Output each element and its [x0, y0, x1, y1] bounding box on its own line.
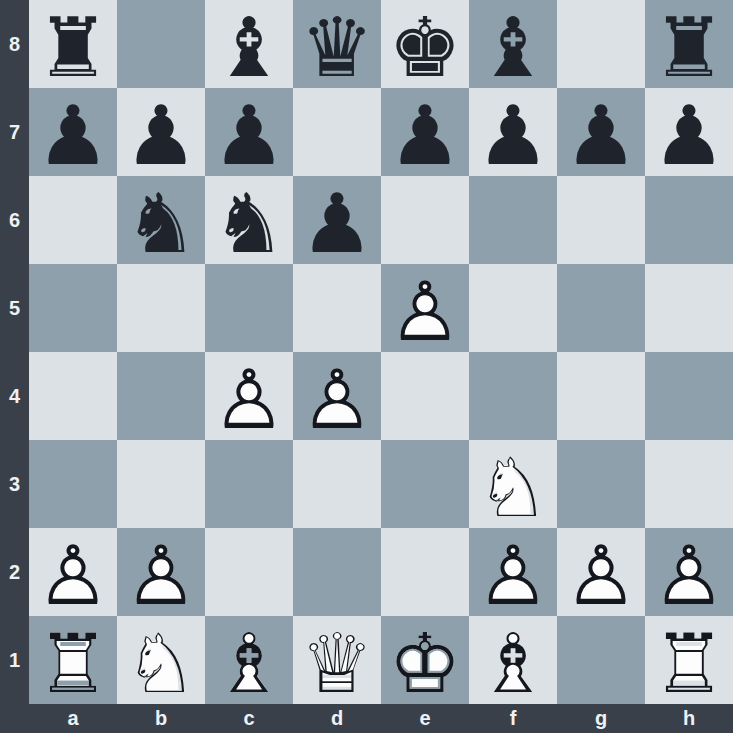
square-d6[interactable]: ♟: [293, 176, 381, 264]
file-label-h: h: [645, 704, 733, 733]
file-label-e: e: [381, 704, 469, 733]
rank-label-5: 5: [0, 264, 29, 352]
chess-diagram: 87654321 ♜♝♛♚♝♜♟♟♟♟♟♟♟♞♞♟♟♙♟♙♟♙♞♘♟♙♟♙♟♙♟…: [0, 0, 733, 733]
square-b4[interactable]: [117, 352, 205, 440]
rank-label-3: 3: [0, 440, 29, 528]
white-pawn[interactable]: ♟♙: [557, 528, 645, 616]
square-c4[interactable]: ♟♙: [205, 352, 293, 440]
square-b7[interactable]: ♟: [117, 88, 205, 176]
square-d7[interactable]: [293, 88, 381, 176]
square-e5[interactable]: ♟♙: [381, 264, 469, 352]
white-queen[interactable]: ♛♕: [293, 616, 381, 704]
black-knight[interactable]: ♞: [205, 176, 293, 264]
square-a8[interactable]: ♜: [29, 0, 117, 88]
black-pawn-icon: ♟: [645, 92, 733, 180]
square-h1[interactable]: ♜♖: [645, 616, 733, 704]
white-bishop[interactable]: ♝♗: [469, 616, 557, 704]
square-f3[interactable]: ♞♘: [469, 440, 557, 528]
rank-label-1: 1: [0, 616, 29, 704]
white-bishop[interactable]: ♝♗: [205, 616, 293, 704]
white-pawn[interactable]: ♟♙: [117, 528, 205, 616]
square-f8[interactable]: ♝: [469, 0, 557, 88]
rank-label-7: 7: [0, 88, 29, 176]
chess-board: ♜♝♛♚♝♜♟♟♟♟♟♟♟♞♞♟♟♙♟♙♟♙♞♘♟♙♟♙♟♙♟♙♟♙♜♖♞♘♝♗…: [29, 0, 733, 704]
square-c8[interactable]: ♝: [205, 0, 293, 88]
square-e7[interactable]: ♟: [381, 88, 469, 176]
square-f4[interactable]: [469, 352, 557, 440]
white-pawn-outline-icon: ♙: [205, 356, 293, 444]
square-g8[interactable]: [557, 0, 645, 88]
black-king[interactable]: ♚: [381, 0, 469, 88]
square-c7[interactable]: ♟: [205, 88, 293, 176]
square-c1[interactable]: ♝♗: [205, 616, 293, 704]
square-e6[interactable]: [381, 176, 469, 264]
black-pawn-icon: ♟: [205, 92, 293, 180]
white-pawn[interactable]: ♟♙: [293, 352, 381, 440]
black-queen[interactable]: ♛: [293, 0, 381, 88]
white-pawn-outline-icon: ♙: [469, 532, 557, 620]
white-pawn-outline-icon: ♙: [381, 268, 469, 356]
square-e2[interactable]: [381, 528, 469, 616]
square-c6[interactable]: ♞: [205, 176, 293, 264]
black-pawn-icon: ♟: [293, 180, 381, 268]
square-b2[interactable]: ♟♙: [117, 528, 205, 616]
white-pawn-outline-icon: ♙: [645, 532, 733, 620]
square-a4[interactable]: [29, 352, 117, 440]
rank-label-6: 6: [0, 176, 29, 264]
square-f7[interactable]: ♟: [469, 88, 557, 176]
square-b3[interactable]: [117, 440, 205, 528]
square-e8[interactable]: ♚: [381, 0, 469, 88]
square-d5[interactable]: [293, 264, 381, 352]
black-pawn[interactable]: ♟: [117, 88, 205, 176]
square-h6[interactable]: [645, 176, 733, 264]
square-a2[interactable]: ♟♙: [29, 528, 117, 616]
black-bishop-icon: ♝: [469, 4, 557, 92]
square-e4[interactable]: [381, 352, 469, 440]
black-bishop[interactable]: ♝: [205, 0, 293, 88]
black-rook[interactable]: ♜: [29, 0, 117, 88]
square-c5[interactable]: [205, 264, 293, 352]
white-bishop-outline-icon: ♗: [205, 620, 293, 708]
square-g1[interactable]: [557, 616, 645, 704]
black-pawn[interactable]: ♟: [557, 88, 645, 176]
square-f2[interactable]: ♟♙: [469, 528, 557, 616]
square-g2[interactable]: ♟♙: [557, 528, 645, 616]
black-pawn-icon: ♟: [469, 92, 557, 180]
black-king-icon: ♚: [381, 4, 469, 92]
black-pawn[interactable]: ♟: [645, 88, 733, 176]
square-d4[interactable]: ♟♙: [293, 352, 381, 440]
white-knight-outline-icon: ♘: [117, 620, 205, 708]
square-e1[interactable]: ♚♔: [381, 616, 469, 704]
rank-label-8: 8: [0, 0, 29, 88]
white-rook[interactable]: ♜♖: [29, 616, 117, 704]
white-king[interactable]: ♚♔: [381, 616, 469, 704]
square-g7[interactable]: ♟: [557, 88, 645, 176]
white-pawn-outline-icon: ♙: [29, 532, 117, 620]
black-pawn-icon: ♟: [557, 92, 645, 180]
black-pawn[interactable]: ♟: [469, 88, 557, 176]
square-f1[interactable]: ♝♗: [469, 616, 557, 704]
black-pawn[interactable]: ♟: [205, 88, 293, 176]
white-rook-outline-icon: ♖: [645, 620, 733, 708]
square-b1[interactable]: ♞♘: [117, 616, 205, 704]
white-rook[interactable]: ♜♖: [645, 616, 733, 704]
square-e3[interactable]: [381, 440, 469, 528]
black-knight[interactable]: ♞: [117, 176, 205, 264]
square-h4[interactable]: [645, 352, 733, 440]
white-queen-outline-icon: ♕: [293, 620, 381, 708]
white-king-outline-icon: ♔: [381, 620, 469, 708]
square-b8[interactable]: [117, 0, 205, 88]
square-a1[interactable]: ♜♖: [29, 616, 117, 704]
square-a5[interactable]: [29, 264, 117, 352]
white-rook-outline-icon: ♖: [29, 620, 117, 708]
rank-label-2: 2: [0, 528, 29, 616]
black-pawn[interactable]: ♟: [293, 176, 381, 264]
square-f6[interactable]: [469, 176, 557, 264]
black-pawn[interactable]: ♟: [29, 88, 117, 176]
square-h7[interactable]: ♟: [645, 88, 733, 176]
white-pawn-outline-icon: ♙: [117, 532, 205, 620]
file-label-d: d: [293, 704, 381, 733]
white-knight-outline-icon: ♘: [469, 444, 557, 532]
square-h2[interactable]: ♟♙: [645, 528, 733, 616]
square-b5[interactable]: [117, 264, 205, 352]
file-label-c: c: [205, 704, 293, 733]
file-label-g: g: [557, 704, 645, 733]
square-d3[interactable]: [293, 440, 381, 528]
square-g3[interactable]: [557, 440, 645, 528]
white-knight[interactable]: ♞♘: [469, 440, 557, 528]
black-bishop[interactable]: ♝: [469, 0, 557, 88]
black-knight-icon: ♞: [205, 180, 293, 268]
black-queen-icon: ♛: [293, 4, 381, 92]
square-h3[interactable]: [645, 440, 733, 528]
square-g6[interactable]: [557, 176, 645, 264]
white-pawn[interactable]: ♟♙: [469, 528, 557, 616]
white-pawn-outline-icon: ♙: [557, 532, 645, 620]
black-pawn[interactable]: ♟: [381, 88, 469, 176]
black-pawn-icon: ♟: [29, 92, 117, 180]
square-c3[interactable]: [205, 440, 293, 528]
file-label-b: b: [117, 704, 205, 733]
square-a3[interactable]: [29, 440, 117, 528]
white-pawn[interactable]: ♟♙: [29, 528, 117, 616]
square-g4[interactable]: [557, 352, 645, 440]
white-pawn[interactable]: ♟♙: [381, 264, 469, 352]
square-f5[interactable]: [469, 264, 557, 352]
rank-labels: 87654321: [0, 0, 29, 704]
black-pawn-icon: ♟: [381, 92, 469, 180]
black-rook-icon: ♜: [29, 4, 117, 92]
square-b6[interactable]: ♞: [117, 176, 205, 264]
square-d2[interactable]: [293, 528, 381, 616]
square-a6[interactable]: [29, 176, 117, 264]
file-label-a: a: [29, 704, 117, 733]
rank-label-4: 4: [0, 352, 29, 440]
white-pawn[interactable]: ♟♙: [205, 352, 293, 440]
black-rook[interactable]: ♜: [645, 0, 733, 88]
black-rook-icon: ♜: [645, 4, 733, 92]
square-h8[interactable]: ♜: [645, 0, 733, 88]
black-knight-icon: ♞: [117, 180, 205, 268]
square-d8[interactable]: ♛: [293, 0, 381, 88]
white-pawn-outline-icon: ♙: [293, 356, 381, 444]
white-bishop-outline-icon: ♗: [469, 620, 557, 708]
file-labels: abcdefgh: [29, 704, 733, 733]
white-pawn[interactable]: ♟♙: [645, 528, 733, 616]
black-bishop-icon: ♝: [205, 4, 293, 92]
file-label-f: f: [469, 704, 557, 733]
square-h5[interactable]: [645, 264, 733, 352]
square-d1[interactable]: ♛♕: [293, 616, 381, 704]
square-c2[interactable]: [205, 528, 293, 616]
black-pawn-icon: ♟: [117, 92, 205, 180]
white-knight[interactable]: ♞♘: [117, 616, 205, 704]
square-a7[interactable]: ♟: [29, 88, 117, 176]
square-g5[interactable]: [557, 264, 645, 352]
